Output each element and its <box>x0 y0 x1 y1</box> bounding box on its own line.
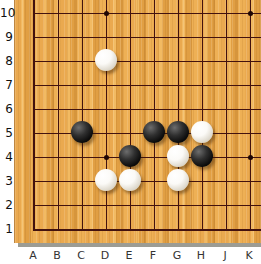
col-label-E: E <box>121 249 137 262</box>
col-label-C: C <box>73 249 89 262</box>
stone-white-G4[interactable] <box>167 145 189 167</box>
col-label-H: H <box>193 249 209 262</box>
row-label-7: 7 <box>0 77 13 93</box>
grid-line-col-A <box>33 0 35 231</box>
col-label-J: J <box>217 249 233 262</box>
col-label-B: B <box>49 249 65 262</box>
stone-white-H5[interactable] <box>191 121 213 143</box>
star-point-K10 <box>248 11 253 16</box>
grid-line-col-J <box>226 0 227 231</box>
stone-black-H4[interactable] <box>191 145 213 167</box>
stone-black-G5[interactable] <box>167 121 189 143</box>
row-label-8: 8 <box>0 53 13 69</box>
col-label-D: D <box>97 249 113 262</box>
board-shadow <box>18 243 261 247</box>
col-label-K: K <box>241 249 257 262</box>
grid-line-row-6 <box>33 109 261 110</box>
row-label-10: 10 <box>0 5 13 21</box>
stone-white-D3[interactable] <box>95 169 117 191</box>
stone-white-G3[interactable] <box>167 169 189 191</box>
stone-black-F5[interactable] <box>143 121 165 143</box>
grid-line-col-F <box>154 0 155 231</box>
row-label-9: 9 <box>0 29 13 45</box>
row-label-1: 1 <box>0 221 13 237</box>
grid-line-col-B <box>58 0 59 231</box>
grid-line-col-D <box>106 0 107 231</box>
col-label-G: G <box>169 249 185 262</box>
stone-black-C5[interactable] <box>71 121 93 143</box>
grid-line-col-C <box>82 0 83 231</box>
col-label-A: A <box>25 249 41 262</box>
stone-black-E4[interactable] <box>119 145 141 167</box>
star-point-K4 <box>248 155 253 160</box>
grid-line-col-G <box>178 0 179 231</box>
row-label-2: 2 <box>0 197 13 213</box>
grid-line-col-H <box>202 0 203 231</box>
stone-white-E3[interactable] <box>119 169 141 191</box>
grid-line-row-4 <box>33 157 261 158</box>
grid-line-row-10 <box>33 13 261 14</box>
star-point-D10 <box>104 11 109 16</box>
grid-line-col-K <box>250 0 251 231</box>
grid-line-col-E <box>130 0 131 231</box>
grid-line-row-2 <box>33 205 261 206</box>
row-label-4: 4 <box>0 149 13 165</box>
grid-line-row-3 <box>33 181 261 182</box>
go-diagram: 10987654321ABCDEFGHJK <box>0 0 261 264</box>
row-label-6: 6 <box>0 101 13 117</box>
col-label-F: F <box>145 249 161 262</box>
grid-line-row-1 <box>33 229 261 231</box>
star-point-D4 <box>104 155 109 160</box>
grid-line-row-8 <box>33 61 261 62</box>
go-board[interactable] <box>14 0 261 243</box>
grid-line-row-9 <box>33 37 261 38</box>
grid-line-row-7 <box>33 85 261 86</box>
row-label-5: 5 <box>0 125 13 141</box>
stone-white-D8[interactable] <box>95 49 117 71</box>
row-label-3: 3 <box>0 173 13 189</box>
